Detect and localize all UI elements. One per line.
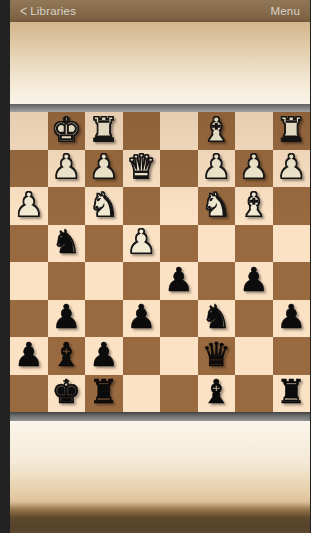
square-g5[interactable]: [235, 225, 273, 263]
black-pawn-piece: ♟: [126, 300, 156, 333]
menu-button-label: Menu: [270, 5, 300, 17]
back-chevron-icon: <: [20, 4, 27, 18]
white-bishop-piece: ♝: [201, 113, 231, 146]
square-e4[interactable]: ♟: [160, 262, 198, 300]
chess-board: ♚♜♝♜♟♟♛♟♟♟♟♞♞♝♞♟♟♟♟♟♞♟♟♝♟♛♚♜♝♜: [10, 112, 310, 412]
square-h6[interactable]: [273, 187, 311, 225]
square-e1[interactable]: [160, 375, 198, 413]
white-pawn-piece: ♟: [89, 150, 119, 183]
square-b4[interactable]: [48, 262, 86, 300]
square-d3[interactable]: ♟: [123, 300, 161, 338]
square-e2[interactable]: [160, 337, 198, 375]
square-a2[interactable]: ♟: [10, 337, 48, 375]
black-king-piece: ♚: [51, 375, 81, 408]
square-c3[interactable]: [85, 300, 123, 338]
square-h8[interactable]: ♜: [273, 112, 311, 150]
square-c4[interactable]: [85, 262, 123, 300]
square-f5[interactable]: [198, 225, 236, 263]
square-g3[interactable]: [235, 300, 273, 338]
white-pawn-piece: ♟: [14, 188, 44, 221]
white-queen-piece: ♛: [126, 150, 156, 183]
square-f3[interactable]: ♞: [198, 300, 236, 338]
square-f4[interactable]: [198, 262, 236, 300]
square-b7[interactable]: ♟: [48, 150, 86, 188]
square-c1[interactable]: ♜: [85, 375, 123, 413]
square-h1[interactable]: ♜: [273, 375, 311, 413]
navigation-bar: < Libraries Menu: [10, 0, 310, 22]
square-f2[interactable]: ♛: [198, 337, 236, 375]
square-e3[interactable]: [160, 300, 198, 338]
square-f1[interactable]: ♝: [198, 375, 236, 413]
white-knight-piece: ♞: [89, 188, 119, 221]
square-g8[interactable]: [235, 112, 273, 150]
white-pawn-piece: ♟: [276, 150, 306, 183]
black-bishop-piece: ♝: [51, 338, 81, 371]
square-h4[interactable]: [273, 262, 311, 300]
white-pawn-piece: ♟: [126, 225, 156, 258]
square-g1[interactable]: [235, 375, 273, 413]
square-c8[interactable]: ♜: [85, 112, 123, 150]
square-c2[interactable]: ♟: [85, 337, 123, 375]
white-king-piece: ♚: [51, 113, 81, 146]
app-screen: < Libraries Menu ♚♜♝♜♟♟♛♟♟♟♟♞♞♝♞♟♟♟♟♟♞♟♟…: [10, 0, 310, 533]
square-a1[interactable]: [10, 375, 48, 413]
black-pawn-piece: ♟: [51, 300, 81, 333]
black-knight-piece: ♞: [201, 300, 231, 333]
square-b1[interactable]: ♚: [48, 375, 86, 413]
upper-gradient-panel: [10, 22, 310, 104]
square-e8[interactable]: [160, 112, 198, 150]
square-f8[interactable]: ♝: [198, 112, 236, 150]
square-d1[interactable]: [123, 375, 161, 413]
square-d4[interactable]: [123, 262, 161, 300]
square-c6[interactable]: ♞: [85, 187, 123, 225]
white-rook-piece: ♜: [89, 113, 119, 146]
square-g7[interactable]: ♟: [235, 150, 273, 188]
square-g6[interactable]: ♝: [235, 187, 273, 225]
square-d6[interactable]: [123, 187, 161, 225]
square-b3[interactable]: ♟: [48, 300, 86, 338]
square-e7[interactable]: [160, 150, 198, 188]
square-a4[interactable]: [10, 262, 48, 300]
black-queen-piece: ♛: [201, 338, 231, 371]
board-bezel-bottom: [10, 412, 310, 421]
square-g4[interactable]: ♟: [235, 262, 273, 300]
square-f6[interactable]: ♞: [198, 187, 236, 225]
black-pawn-piece: ♟: [239, 263, 269, 296]
white-pawn-piece: ♟: [201, 150, 231, 183]
white-pawn-piece: ♟: [239, 150, 269, 183]
square-g2[interactable]: [235, 337, 273, 375]
square-d5[interactable]: ♟: [123, 225, 161, 263]
square-a8[interactable]: [10, 112, 48, 150]
square-d2[interactable]: [123, 337, 161, 375]
white-rook-piece: ♜: [276, 113, 306, 146]
black-bishop-piece: ♝: [201, 375, 231, 408]
square-b5[interactable]: ♞: [48, 225, 86, 263]
black-knight-piece: ♞: [51, 225, 81, 258]
square-a3[interactable]: [10, 300, 48, 338]
back-button-label: Libraries: [30, 5, 76, 17]
white-knight-piece: ♞: [201, 188, 231, 221]
white-pawn-piece: ♟: [51, 150, 81, 183]
square-h3[interactable]: ♟: [273, 300, 311, 338]
square-b6[interactable]: [48, 187, 86, 225]
square-e6[interactable]: [160, 187, 198, 225]
black-pawn-piece: ♟: [164, 263, 194, 296]
square-h7[interactable]: ♟: [273, 150, 311, 188]
square-b8[interactable]: ♚: [48, 112, 86, 150]
square-a6[interactable]: ♟: [10, 187, 48, 225]
black-pawn-piece: ♟: [89, 338, 119, 371]
square-h2[interactable]: [273, 337, 311, 375]
black-pawn-piece: ♟: [276, 300, 306, 333]
menu-button[interactable]: Menu: [270, 5, 300, 17]
black-rook-piece: ♜: [89, 375, 119, 408]
square-b2[interactable]: ♝: [48, 337, 86, 375]
square-c5[interactable]: [85, 225, 123, 263]
black-pawn-piece: ♟: [14, 338, 44, 371]
square-d7[interactable]: ♛: [123, 150, 161, 188]
square-d8[interactable]: [123, 112, 161, 150]
square-e5[interactable]: [160, 225, 198, 263]
lower-gradient-panel: [10, 421, 310, 533]
back-button-libraries[interactable]: < Libraries: [20, 5, 76, 17]
square-f7[interactable]: ♟: [198, 150, 236, 188]
square-a7[interactable]: [10, 150, 48, 188]
white-bishop-piece: ♝: [239, 188, 269, 221]
square-h5[interactable]: [273, 225, 311, 263]
square-a5[interactable]: [10, 225, 48, 263]
black-rook-piece: ♜: [276, 375, 306, 408]
square-c7[interactable]: ♟: [85, 150, 123, 188]
